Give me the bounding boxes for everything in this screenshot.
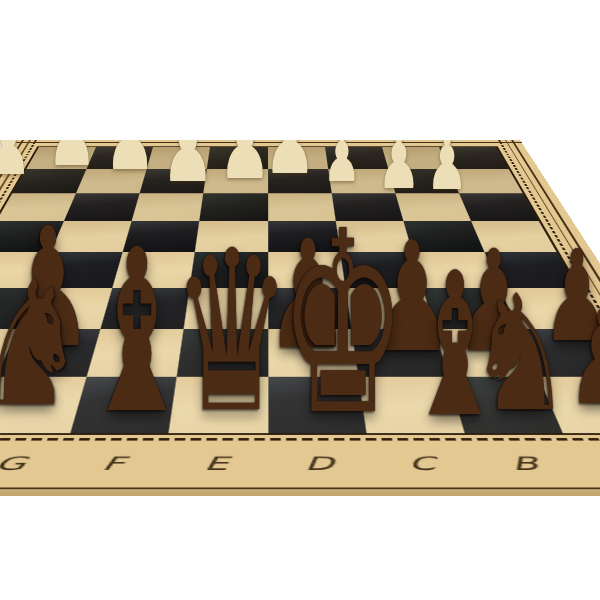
black-knight-g8: ♞ [0,259,107,431]
black-pawn-a7: ♟ [521,234,600,360]
background-crop [0,0,600,140]
black-bishop-c8: ♝ [366,247,544,445]
black-bishop-f8: ♝ [36,220,238,445]
chess-photo-scene: HGFEDCBA ♟♟♟♟♟♟♟♟♟♟♟♟♟♟♟♞♞♛♝♚♝ [0,0,600,600]
black-knight-glyph: ♞ [468,274,571,434]
black-pawn-glyph: ♟ [2,206,94,371]
black-pawn-glyph: ♟ [567,291,600,423]
black-pawn-a8: ♟ [545,291,600,423]
black-pawn-glyph: ♟ [266,220,349,370]
black-pawn-g7: ♟ [0,206,122,371]
black-pawn-b7: ♟ [431,232,557,372]
black-queen-glyph: ♛ [172,221,291,443]
black-pawn-glyph: ♟ [370,222,454,374]
black-pawn-c7: ♟ [344,222,480,374]
black-pawn-glyph: ♟ [542,234,600,360]
black-bishop-glyph: ♝ [81,220,194,445]
black-knight-glyph: ♞ [0,259,86,431]
black-king-glyph: ♚ [280,198,407,450]
black-pawn-d7: ♟ [241,220,375,370]
black-pawn-glyph: ♟ [455,232,533,372]
black-queen-e8: ♛ [132,221,331,443]
black-knight-b8: ♞ [448,274,591,434]
black-bishop-glyph: ♝ [405,247,504,445]
black-king-d8: ♚ [230,198,456,450]
